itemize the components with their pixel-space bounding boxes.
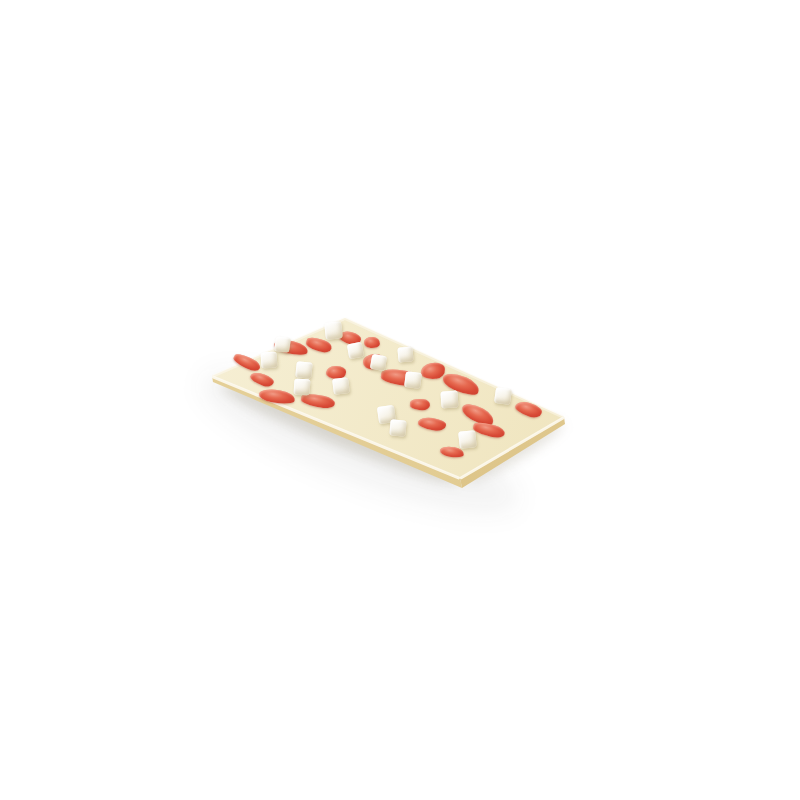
marshmallow-cube [332,377,350,395]
marshmallow-cube [458,430,477,449]
strawberry-piece [410,398,431,411]
marshmallow-cube [324,321,343,340]
product-photo [0,0,800,800]
marshmallow-cube [397,346,413,362]
marshmallow-cube [369,353,386,370]
marshmallow-cube [293,378,310,395]
marshmallow-cube [389,419,406,436]
marshmallow-cube [440,390,458,408]
marshmallow-cube [404,371,422,389]
marshmallow-cube [260,351,277,368]
marshmallow-cube [494,387,512,405]
marshmallow-cube [346,341,363,358]
marshmallow-cube [274,336,291,353]
marshmallow-cube [295,361,313,379]
